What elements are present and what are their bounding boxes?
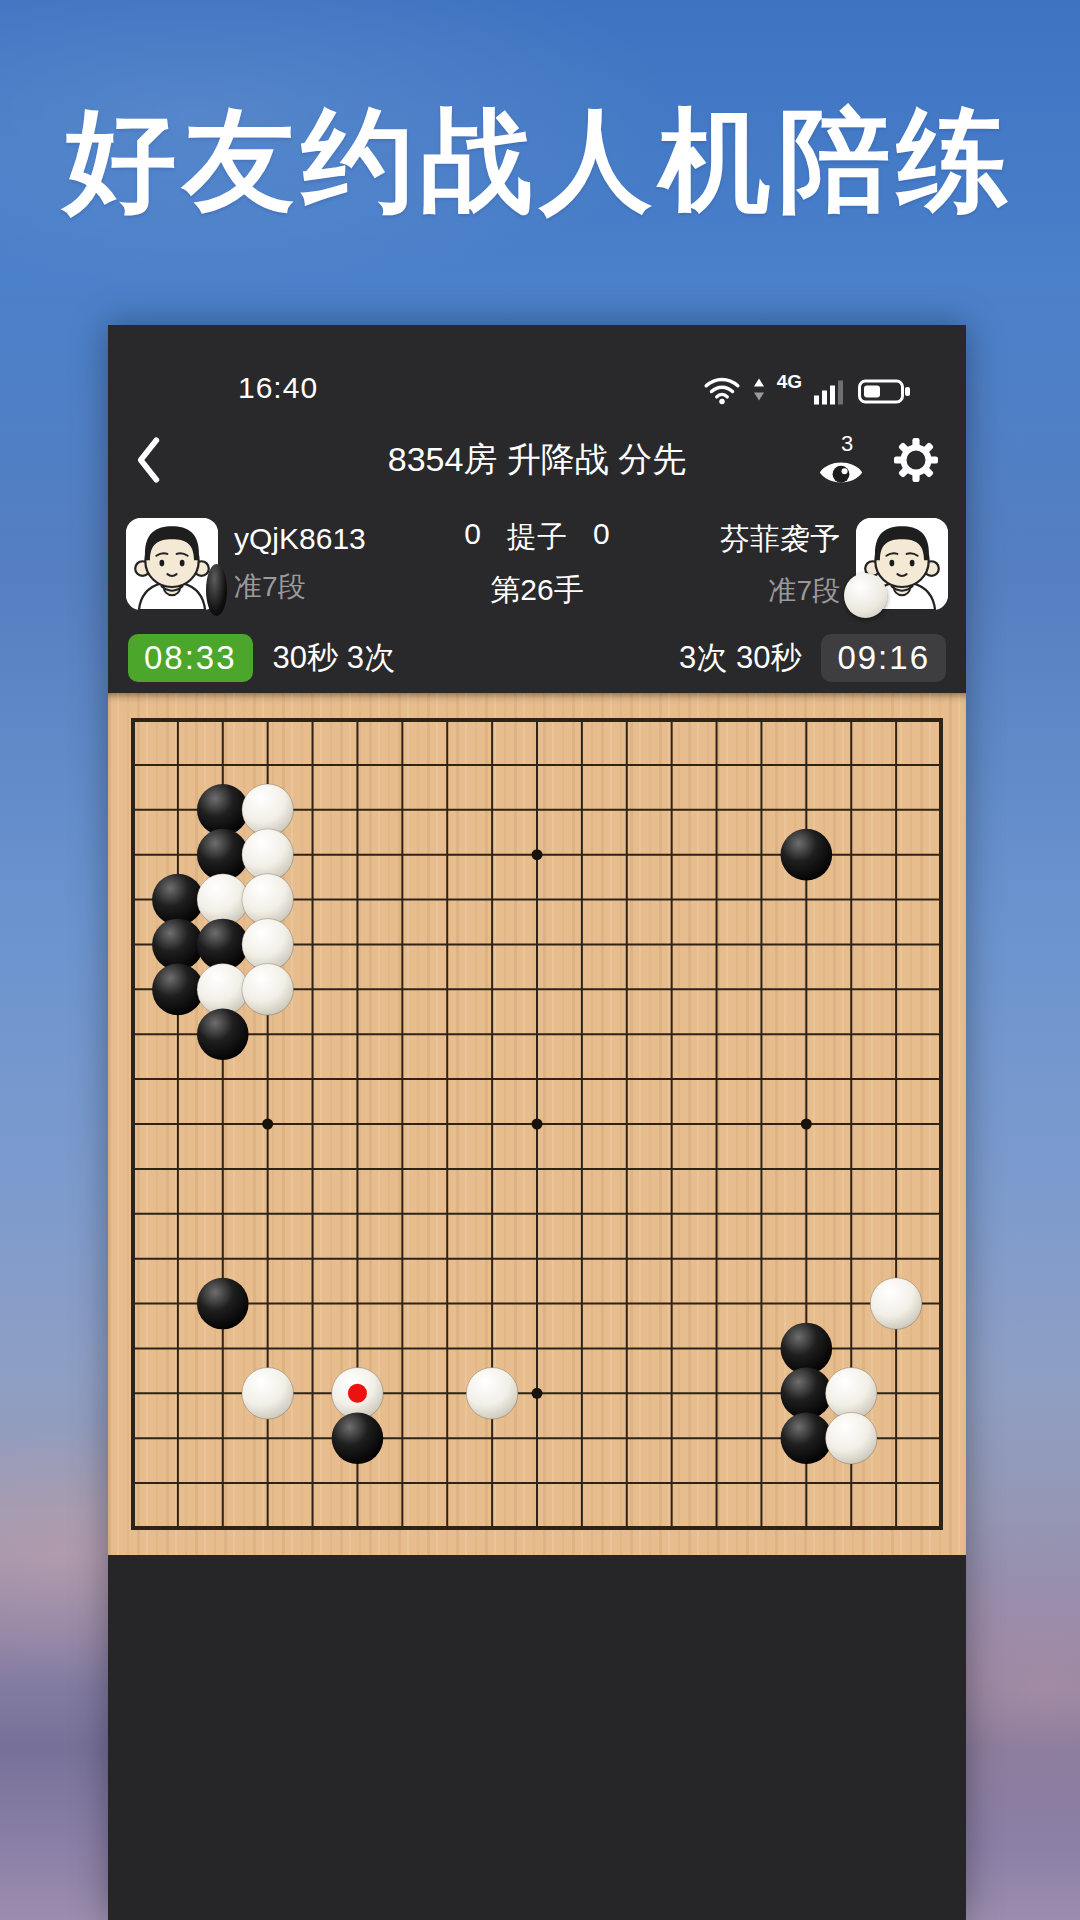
white-player-name: 芬菲袭予 <box>720 519 840 560</box>
spectator-count: 3 <box>841 433 853 455</box>
white-main-timer: 09:16 <box>821 634 946 682</box>
captures-label: 提子 <box>507 517 567 558</box>
black-byoyomi: 30秒 3次 <box>273 637 395 679</box>
eye-icon <box>818 457 864 488</box>
white-stone-badge <box>844 573 887 618</box>
white-captures: 0 <box>593 517 610 558</box>
back-button[interactable] <box>134 435 162 485</box>
status-icons: 4G <box>703 375 912 405</box>
white-byoyomi: 3次 30秒 <box>679 637 801 679</box>
panel-bottom-area <box>108 1555 966 1920</box>
go-board-svg <box>108 693 966 1555</box>
player-white: 芬菲袭予 准7段 <box>610 518 948 610</box>
clock-time: 16:40 <box>238 371 318 405</box>
black-player-name: yQjK8613 <box>234 522 366 556</box>
game-status-center: 0 提子 0 第26手 <box>464 517 609 611</box>
black-captures: 0 <box>464 517 481 558</box>
white-player-rank: 准7段 <box>720 572 840 610</box>
move-number: 第26手 <box>490 570 583 611</box>
banner-title: 好友约战人机陪练 <box>0 86 1080 237</box>
status-bar: 16:40 4G <box>108 325 966 415</box>
black-main-timer: 08:33 <box>128 634 253 682</box>
avatar-black-player[interactable] <box>126 518 218 610</box>
black-stone-badge <box>206 564 227 616</box>
go-board[interactable] <box>108 693 966 1555</box>
network-updown-arrows-icon <box>753 377 765 404</box>
black-player-rank: 准7段 <box>234 568 366 606</box>
network-type-label: 4G <box>777 372 802 391</box>
wifi-icon <box>703 375 741 405</box>
gear-icon[interactable] <box>892 436 940 484</box>
player-black: yQjK8613 准7段 <box>126 518 464 610</box>
players-row: yQjK8613 准7段 0 提子 0 第26手 芬菲袭予 准7段 <box>108 505 966 623</box>
signal-bars-icon <box>814 378 846 405</box>
timers-row: 08:33 30秒 3次 3次 30秒 09:16 <box>108 623 966 693</box>
battery-icon <box>858 378 912 405</box>
avatar-white-player[interactable] <box>856 518 948 610</box>
app-screenshot-panel: 16:40 4G <box>108 325 966 1920</box>
nav-bar: 8354房 升降战 分先 3 <box>108 415 966 505</box>
spectators-button[interactable]: 3 <box>818 433 864 488</box>
